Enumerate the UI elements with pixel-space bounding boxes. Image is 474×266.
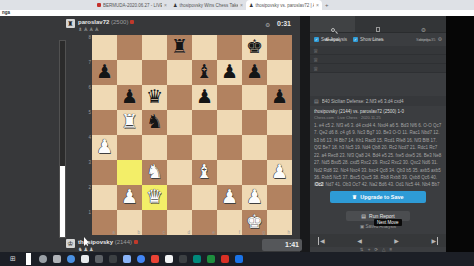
start-button[interactable]: ⊞ [10,255,16,263]
square-b3[interactable] [117,160,142,185]
piece-black-rook[interactable]: ♜ [167,35,192,60]
file-label-b: b [117,230,142,235]
square-d8[interactable]: ♜ [167,35,192,60]
engine-piece-icon: ♕ [313,56,318,63]
app-14[interactable] [221,255,229,263]
piece-black-pawn[interactable]: ♟ [92,60,117,85]
square-b7[interactable] [117,60,142,85]
panel-tab-bar: Analysis Details ⚙ Settings [310,16,446,33]
upgrade-button[interactable]: ♛ Upgrade to Save [330,191,426,203]
piece-black-pawn[interactable]: ♟ [242,60,267,85]
square-d4[interactable] [167,135,192,160]
square-c4[interactable] [142,135,167,160]
square-f7[interactable]: ♟ [217,60,242,85]
magnifier-icon [331,28,335,32]
square-b2[interactable]: ♟ [117,185,142,210]
square-f5[interactable] [217,110,242,135]
app-10[interactable] [165,255,173,263]
browser-tab-strip: BERMUDA-2020.06.27 - LIVE×♟thosipovsky W… [0,0,474,10]
file-labels: abcdefgh [92,230,292,235]
explorer-app[interactable] [81,255,89,263]
url-fragment: nga [2,10,10,15]
piece-white-queen[interactable]: ♛ [142,185,167,210]
file-label-e: e [192,230,217,235]
rank-label-5: 5 [83,110,91,135]
excel-app[interactable] [207,255,215,263]
square-e2[interactable] [192,185,217,210]
top-player-avatar[interactable]: ♜ [66,19,75,28]
square-e4[interactable] [192,135,217,160]
tab-title: thosipovsky Wins Chess Take le [179,3,238,8]
square-b4[interactable] [117,135,142,160]
square-g7[interactable]: ♟ [242,60,267,85]
top-player-clock: 0:31 [277,20,291,27]
moves-after: Nd7 41. Qb3 Qc7 42. Na2 Bd6 43. Qd1 Nc5 … [314,182,440,186]
tab-title: BERMUDA-2020.06.27 - LIVE [103,3,162,8]
piece-white-bishop[interactable]: ♝ [192,160,217,185]
engine-settings-gear-icon[interactable]: ⚙ [438,36,442,42]
square-a4[interactable]: ♟ [92,135,117,160]
file-label-g: g [242,230,267,235]
opening-book-icon: ▤ [314,98,319,104]
rank-label-4: 4 [83,135,91,160]
tab-close-icon[interactable]: × [316,2,319,8]
engine-lines: ♕♕♕ [310,46,446,73]
bottom-player-avatar[interactable]: ♔ [66,239,75,248]
last-move-button[interactable]: ▶ [431,237,438,245]
move-list[interactable]: 1. e4 c5 2. Nf3 e6 3. d4 cxd4 4. Nxd4 a6… [314,122,442,186]
square-d5[interactable] [167,110,192,135]
square-h8[interactable] [267,35,292,60]
youtube-app[interactable] [151,255,159,263]
current-move[interactable]: Qc2 [314,182,324,186]
gear-icon: ⚙ [421,27,426,33]
document-icon [376,27,380,32]
piece-black-pawn[interactable]: ♟ [117,85,142,110]
square-b5[interactable]: ♜ [117,110,142,135]
chrome-app[interactable] [137,255,145,263]
upgrade-button-label: Upgrade to Save [360,194,403,200]
rank-label-8: 8 [83,35,91,60]
piece-white-pawn[interactable]: ♟ [92,135,117,160]
engine-line-3[interactable]: ♕ [310,64,446,73]
square-h3[interactable]: ♟ [267,160,292,185]
tab-title: thosipovsky vs. paroslav72 | Ana [255,3,314,8]
bottom-player-rating: (2144) [115,239,132,245]
edge-app[interactable] [67,255,75,263]
square-g6[interactable] [242,85,267,110]
next-move-button[interactable]: ▶ [394,237,399,245]
square-g2[interactable]: ♟ [242,185,267,210]
opening-name: B40 Sicilian Defense: 2.Nf3 e6 3.d4 cxd4 [322,99,404,104]
rank-label-6: 6 [83,85,91,110]
taskview-app[interactable] [53,255,61,263]
square-d2[interactable] [167,185,192,210]
square-g3[interactable] [242,160,267,185]
next-move-tooltip: Next Move [374,219,402,226]
square-h2[interactable] [267,185,292,210]
game-subheader: Chess.com · Live Chess · 2020.11.25 [314,115,442,120]
new-tab-button[interactable]: + [325,2,329,8]
square-a3[interactable] [92,160,117,185]
browser-tab[interactable]: ♟thosipovsky Wins Chess Take le× [170,0,246,10]
square-f3[interactable] [217,160,242,185]
taskbar-search-box[interactable] [26,253,31,265]
show-lines-checkbox[interactable]: ✓ [353,37,358,42]
app-11[interactable] [179,255,187,263]
square-e6[interactable]: ♟ [192,85,217,110]
square-a7[interactable]: ♟ [92,60,117,85]
square-e5[interactable] [192,110,217,135]
browser-tab-active[interactable]: ♟thosipovsky vs. paroslav72 | Ana× [246,0,322,10]
square-b6[interactable]: ♟ [117,85,142,110]
square-c3[interactable]: ♞ [142,160,167,185]
square-h6[interactable]: ♟ [267,85,292,110]
pawn-icon: ♟ [173,3,177,8]
piece-black-king[interactable]: ♚ [242,35,267,60]
square-e8[interactable] [192,35,217,60]
piece-black-pawn[interactable]: ♟ [217,60,242,85]
square-c7[interactable] [142,60,167,85]
board-panel-gap [300,16,310,252]
square-d7[interactable] [167,60,192,85]
saved-analysis-icon: ▣ [360,224,364,229]
square-h4[interactable] [267,135,292,160]
taskbar-icons [39,255,243,263]
moves-before: 1. e4 c5 2. Nf3 e6 3. d4 cxd4 4. Nxd4 a6… [314,123,441,180]
analysis-options-row: ✓ Self-Analysis ✓ Show Lines depth=35 ⚙ [310,34,446,44]
piece-white-pawn[interactable]: ♟ [267,160,292,185]
piece-black-queen[interactable]: ♛ [142,85,167,110]
tab-strip-tabs: BERMUDA-2020.06.27 - LIVE×♟thosipovsky W… [94,0,322,10]
top-player-flair [130,20,134,24]
square-e3[interactable]: ♝ [192,160,217,185]
square-h5[interactable] [267,110,292,135]
teams-app[interactable] [193,255,201,263]
browser-tab[interactable]: BERMUDA-2020.06.27 - LIVE× [94,0,170,10]
piece-black-pawn[interactable]: ♟ [267,85,292,110]
video-icon [97,3,101,7]
tab-analysis[interactable]: Analysis [310,16,355,32]
square-g4[interactable] [242,135,267,160]
engine-line-2[interactable]: ♕ [310,55,446,64]
square-f2[interactable]: ♟ [217,185,242,210]
piece-black-bishop[interactable]: ♝ [192,60,217,85]
tab-details[interactable]: Details [355,16,400,32]
file-label-d: d [167,230,192,235]
bottom-player-clock: 1:41 [262,239,302,251]
analysis-panel: Analysis Details ⚙ Settings ✓ Self-Analy… [310,16,446,252]
piece-white-pawn[interactable]: ♟ [242,185,267,210]
page-background: 87654321 ♜♚♟♝♟♟♟♛♟♟♜♞♟♞♝♟♟♛♟♟♚ abcdefgh … [0,16,474,252]
square-d6[interactable] [167,85,192,110]
move-navigation-bar: ◀◀▶▶ [310,234,446,247]
square-a2[interactable] [92,185,117,210]
square-f6[interactable] [217,85,242,110]
square-c8[interactable] [142,35,167,60]
self-analysis-checkbox[interactable]: ✓ [314,37,319,42]
first-move-button[interactable]: ◀ [318,237,325,245]
screen: BERMUDA-2020.06.27 - LIVE×♟thosipovsky W… [0,0,474,266]
search-app[interactable] [39,255,47,263]
rank-label-1: 1 [83,210,91,235]
piece-black-pawn[interactable]: ♟ [192,85,217,110]
right-black-margin [446,16,474,252]
rank-label-7: 7 [83,60,91,85]
top-player-name-text: paroslav72 [78,19,109,25]
square-h7[interactable] [267,60,292,85]
square-c6[interactable]: ♛ [142,85,167,110]
bottom-player-name-text: thosipovsky [78,239,113,245]
engine-line-1[interactable]: ♕ [310,46,446,55]
app-7[interactable] [123,255,131,263]
eval-bar [59,40,66,238]
file-label-c: c [142,230,167,235]
piece-white-pawn[interactable]: ♟ [117,185,142,210]
engine-depth-label: depth=35 [419,37,436,42]
opening-row[interactable]: ▤ B40 Sicilian Defense: 2.Nf3 e6 3.d4 cx… [310,96,446,106]
square-g8[interactable]: ♚ [242,35,267,60]
engine-piece-icon: ♕ [313,65,318,72]
rank-label-2: 2 [83,185,91,210]
app-6[interactable] [109,255,117,263]
piece-white-rook[interactable]: ♜ [117,110,142,135]
game-header: thosipovsky (2144) vs. paroslav72 (2500)… [314,109,442,114]
square-a8[interactable] [92,35,117,60]
self-analysis-label: Self-Analysis [321,37,347,42]
piece-white-pawn[interactable]: ♟ [217,185,242,210]
file-label-h: h [267,230,292,235]
tab-close-icon[interactable]: × [240,2,243,8]
square-d3[interactable] [167,160,192,185]
report-icon: ▤ [361,213,366,219]
square-f8[interactable] [217,35,242,60]
square-g5[interactable] [242,110,267,135]
show-lines-label: Show Lines [360,37,383,42]
app-5[interactable] [95,255,103,263]
top-player-rating: (2500) [111,19,128,25]
pawn-icon: ♟ [249,3,253,8]
rank-label-3: 3 [83,160,91,185]
piece-white-knight[interactable]: ♞ [142,160,167,185]
board-settings-gear-icon[interactable]: ⚙ [265,21,270,28]
square-a6[interactable] [92,85,117,110]
square-b8[interactable] [117,35,142,60]
square-c5[interactable]: ♞ [142,110,167,135]
file-label-a: a [92,230,117,235]
tab-close-icon[interactable]: × [164,2,167,8]
file-label-f: f [217,230,242,235]
prev-move-button[interactable]: ◀ [357,237,362,245]
bottom-player-flair [134,240,138,244]
tab-settings[interactable]: ⚙ Settings [401,16,446,32]
top-player-captured-pieces: ♗♙♙♙ [78,26,100,32]
top-player-name: paroslav72 (2500) [78,19,134,25]
rank-labels: 87654321 [83,35,91,235]
eval-bar-white [60,166,65,237]
piece-black-knight[interactable]: ♞ [142,110,167,135]
crown-icon: ♛ [352,194,357,200]
word-app[interactable] [235,255,243,263]
square-c2[interactable]: ♛ [142,185,167,210]
windows-taskbar: ⊞ [0,252,474,266]
square-a5[interactable] [92,110,117,135]
engine-piece-icon: ♕ [313,47,318,54]
square-f4[interactable] [217,135,242,160]
chess-board: ♜♚♟♝♟♟♟♛♟♟♜♞♟♞♝♟♟♛♟♟♚ [92,35,292,235]
square-e7[interactable]: ♝ [192,60,217,85]
